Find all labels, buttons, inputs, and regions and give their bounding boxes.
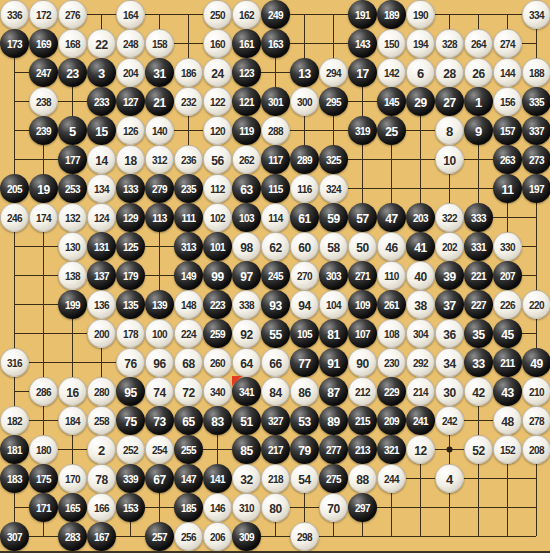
- move-number: 24: [211, 67, 224, 79]
- stone-black-259: 259: [203, 319, 232, 348]
- move-number: 204: [123, 68, 138, 78]
- stone-black-303: 303: [319, 261, 348, 290]
- stone-white-276: 276: [58, 0, 87, 29]
- move-number: 26: [472, 67, 485, 79]
- stone-white-242: 242: [435, 406, 464, 435]
- stone-black-103: 103: [232, 203, 261, 232]
- stone-black-163: 163: [261, 29, 290, 58]
- move-number: 59: [327, 212, 340, 224]
- move-number: 74: [153, 386, 166, 398]
- stone-black-177: 177: [58, 145, 87, 174]
- move-number: 141: [210, 474, 225, 484]
- move-number: 184: [65, 416, 80, 426]
- move-number: 123: [239, 68, 254, 78]
- stone-white-86: 86: [290, 377, 319, 406]
- stone-black-153: 153: [116, 493, 145, 522]
- move-number: 35: [472, 328, 485, 340]
- stone-black-109: 109: [348, 290, 377, 319]
- move-number: 162: [239, 10, 254, 20]
- stone-black-255: 255: [174, 435, 203, 464]
- stone-white-312: 312: [145, 145, 174, 174]
- move-number: 129: [123, 213, 138, 223]
- stone-white-252: 252: [116, 435, 145, 464]
- stone-black-167: 167: [87, 522, 116, 551]
- move-number: 214: [413, 387, 428, 397]
- stone-black-101: 101: [203, 232, 232, 261]
- stone-black-277: 277: [319, 435, 348, 464]
- stone-black-67: 67: [145, 464, 174, 493]
- stone-white-30: 30: [435, 377, 464, 406]
- stone-white-280: 280: [87, 377, 116, 406]
- stone-black-61: 61: [290, 203, 319, 232]
- move-number: 340: [210, 387, 225, 397]
- move-number: 83: [211, 415, 224, 427]
- move-number: 221: [471, 271, 486, 281]
- move-number: 22: [95, 38, 108, 50]
- move-number: 54: [298, 473, 311, 485]
- stone-white-278: 278: [522, 406, 550, 435]
- stones-layer: 3361722761642501622491911891903341731691…: [0, 0, 550, 553]
- stone-black-257: 257: [145, 522, 174, 551]
- move-number: 227: [471, 300, 486, 310]
- stone-white-232: 232: [174, 87, 203, 116]
- stone-white-48: 48: [493, 406, 522, 435]
- stone-white-250: 250: [203, 0, 232, 29]
- move-number: 121: [239, 97, 254, 107]
- stone-black-179: 179: [116, 261, 145, 290]
- move-number: 135: [123, 300, 138, 310]
- stone-black-131: 131: [87, 232, 116, 261]
- move-number: 89: [327, 415, 340, 427]
- stone-black-307: 307: [0, 522, 29, 551]
- move-number: 38: [414, 299, 427, 311]
- stone-black-175: 175: [29, 464, 58, 493]
- stone-white-122: 122: [203, 87, 232, 116]
- stone-white-146: 146: [203, 493, 232, 522]
- stone-white-38: 38: [406, 290, 435, 319]
- stone-black-11: 11: [493, 174, 522, 203]
- stone-white-260: 260: [203, 348, 232, 377]
- move-number: 51: [240, 415, 253, 427]
- move-number: 104: [326, 300, 341, 310]
- move-number: 215: [355, 416, 370, 426]
- move-number: 142: [384, 68, 399, 78]
- move-number: 133: [123, 184, 138, 194]
- move-number: 67: [153, 473, 166, 485]
- move-number: 257: [152, 532, 167, 542]
- stone-black-157: 157: [493, 116, 522, 145]
- stone-black-63: 63: [232, 174, 261, 203]
- move-number: 167: [94, 532, 109, 542]
- stone-black-47: 47: [377, 203, 406, 232]
- stone-black-5: 5: [58, 116, 87, 145]
- stone-black-113: 113: [145, 203, 174, 232]
- move-number: 60: [298, 241, 311, 253]
- move-number: 36: [443, 328, 456, 340]
- stone-white-206: 206: [203, 522, 232, 551]
- move-number: 92: [240, 328, 253, 340]
- move-number: 171: [36, 503, 51, 513]
- stone-black-81: 81: [319, 319, 348, 348]
- move-number: 52: [472, 444, 485, 456]
- move-number: 8: [446, 125, 453, 138]
- move-number: 110: [384, 271, 399, 281]
- move-number: 34: [443, 357, 456, 369]
- move-number: 108: [384, 329, 399, 339]
- move-number: 194: [413, 39, 428, 49]
- move-number: 276: [65, 10, 80, 20]
- stone-white-110: 110: [377, 261, 406, 290]
- stone-white-178: 178: [116, 319, 145, 348]
- move-number: 172: [36, 10, 51, 20]
- stone-black-85: 85: [232, 435, 261, 464]
- move-number: 236: [181, 155, 196, 165]
- stone-white-310: 310: [232, 493, 261, 522]
- move-number: 218: [268, 474, 283, 484]
- stone-white-6: 6: [406, 58, 435, 87]
- move-number: 53: [298, 415, 311, 427]
- move-number: 73: [153, 415, 166, 427]
- stone-black-65: 65: [174, 406, 203, 435]
- move-number: 153: [123, 503, 138, 513]
- stone-white-98: 98: [232, 232, 261, 261]
- move-number: 223: [210, 300, 225, 310]
- move-number: 87: [327, 386, 340, 398]
- go-kifu-screenshot: 3361722761642501622491911891903341731691…: [0, 0, 550, 553]
- stone-black-189: 189: [377, 0, 406, 29]
- stone-black-161: 161: [232, 29, 261, 58]
- stone-white-210: 210: [522, 377, 550, 406]
- stone-black-283: 283: [58, 522, 87, 551]
- stone-white-72: 72: [174, 377, 203, 406]
- move-number: 233: [94, 97, 109, 107]
- move-number: 75: [124, 415, 137, 427]
- stone-white-70: 70: [319, 493, 348, 522]
- move-number: 173: [7, 39, 22, 49]
- move-number: 90: [356, 357, 369, 369]
- stone-black-125: 125: [116, 232, 145, 261]
- stone-black-135: 135: [116, 290, 145, 319]
- move-number: 229: [384, 387, 399, 397]
- stone-white-340: 340: [203, 377, 232, 406]
- move-number: 101: [210, 242, 225, 252]
- stone-white-100: 100: [145, 319, 174, 348]
- stone-white-330: 330: [493, 232, 522, 261]
- stone-black-79: 79: [290, 435, 319, 464]
- move-number: 18: [124, 154, 137, 166]
- move-number: 64: [240, 357, 253, 369]
- stone-black-19: 19: [29, 174, 58, 203]
- move-number: 57: [356, 212, 369, 224]
- stone-black-117: 117: [261, 145, 290, 174]
- move-number: 149: [181, 271, 196, 281]
- move-number: 264: [471, 39, 486, 49]
- stone-white-336: 336: [0, 0, 29, 29]
- stone-white-120: 120: [203, 116, 232, 145]
- move-number: 304: [413, 329, 428, 339]
- move-number: 23: [66, 67, 79, 79]
- move-number: 207: [500, 271, 515, 281]
- move-number: 232: [181, 97, 196, 107]
- move-number: 163: [268, 39, 283, 49]
- stone-black-55: 55: [261, 319, 290, 348]
- stone-black-29: 29: [406, 87, 435, 116]
- stone-white-112: 112: [203, 174, 232, 203]
- stone-white-126: 126: [116, 116, 145, 145]
- stone-black-75: 75: [116, 406, 145, 435]
- stone-black-217: 217: [261, 435, 290, 464]
- stone-white-202: 202: [435, 232, 464, 261]
- stone-white-132: 132: [58, 203, 87, 232]
- move-number: 148: [181, 300, 196, 310]
- move-number: 107: [355, 329, 370, 339]
- stone-white-274: 274: [493, 29, 522, 58]
- move-number: 206: [210, 532, 225, 542]
- move-number: 12: [414, 444, 427, 456]
- stone-black-197: 197: [522, 174, 550, 203]
- move-number: 63: [240, 183, 253, 195]
- stone-black-15: 15: [87, 116, 116, 145]
- move-number: 261: [384, 300, 399, 310]
- stone-black-185: 185: [174, 493, 203, 522]
- stone-white-264: 264: [464, 29, 493, 58]
- stone-black-35: 35: [464, 319, 493, 348]
- stone-black-279: 279: [145, 174, 174, 203]
- move-number: 112: [210, 184, 225, 194]
- move-number: 213: [355, 445, 370, 455]
- move-number: 86: [298, 386, 311, 398]
- move-number: 134: [94, 184, 109, 194]
- move-number: 300: [297, 97, 312, 107]
- move-number: 158: [152, 39, 167, 49]
- move-number: 310: [239, 503, 254, 513]
- move-number: 15: [95, 125, 108, 137]
- move-number: 178: [123, 329, 138, 339]
- move-number: 99: [211, 270, 224, 282]
- stone-white-124: 124: [87, 203, 116, 232]
- move-number: 209: [384, 416, 399, 426]
- stone-white-90: 90: [348, 348, 377, 377]
- move-number: 241: [413, 416, 428, 426]
- stone-black-41: 41: [406, 232, 435, 261]
- move-number: 45: [501, 328, 514, 340]
- move-number: 114: [268, 213, 283, 223]
- stone-white-262: 262: [232, 145, 261, 174]
- stone-white-256: 256: [174, 522, 203, 551]
- move-number: 2: [98, 444, 105, 457]
- move-number: 316: [7, 358, 22, 368]
- move-number: 95: [124, 386, 137, 398]
- move-number: 253: [65, 184, 80, 194]
- move-number: 39: [443, 270, 456, 282]
- move-number: 292: [413, 358, 428, 368]
- stone-white-304: 304: [406, 319, 435, 348]
- stone-black-297: 297: [348, 493, 377, 522]
- move-number: 322: [442, 213, 457, 223]
- stone-white-208: 208: [522, 435, 550, 464]
- move-number: 337: [529, 126, 544, 136]
- move-number: 127: [123, 97, 138, 107]
- stone-black-199: 199: [58, 290, 87, 319]
- stone-black-83: 83: [203, 406, 232, 435]
- move-number: 140: [152, 126, 167, 136]
- stone-black-13: 13: [290, 58, 319, 87]
- stone-white-158: 158: [145, 29, 174, 58]
- stone-black-73: 73: [145, 406, 174, 435]
- stone-white-84: 84: [261, 377, 290, 406]
- stone-black-97: 97: [232, 261, 261, 290]
- stone-white-62: 62: [261, 232, 290, 261]
- move-number: 43: [501, 386, 514, 398]
- stone-black-215: 215: [348, 406, 377, 435]
- stone-white-164: 164: [116, 0, 145, 29]
- move-number: 124: [94, 213, 109, 223]
- stone-black-129: 129: [116, 203, 145, 232]
- move-number: 70: [327, 502, 340, 514]
- move-number: 298: [297, 532, 312, 542]
- last-move-marker: [232, 376, 242, 386]
- stone-black-221: 221: [464, 261, 493, 290]
- move-number: 109: [355, 300, 370, 310]
- move-number: 301: [268, 97, 283, 107]
- move-number: 244: [384, 474, 399, 484]
- stone-white-248: 248: [116, 29, 145, 58]
- move-number: 238: [36, 97, 51, 107]
- stone-black-17: 17: [348, 58, 377, 87]
- move-number: 208: [529, 445, 544, 455]
- stone-black-111: 111: [174, 203, 203, 232]
- move-number: 138: [65, 271, 80, 281]
- move-number: 168: [65, 39, 80, 49]
- stone-black-149: 149: [174, 261, 203, 290]
- stone-black-139: 139: [145, 290, 174, 319]
- stone-black-235: 235: [174, 174, 203, 203]
- stone-black-205: 205: [0, 174, 29, 203]
- stone-white-328: 328: [435, 29, 464, 58]
- stone-black-123: 123: [232, 58, 261, 87]
- move-number: 280: [94, 387, 109, 397]
- move-number: 84: [269, 386, 282, 398]
- move-number: 278: [529, 416, 544, 426]
- stone-white-316: 316: [0, 348, 29, 377]
- move-number: 85: [240, 444, 253, 456]
- stone-white-214: 214: [406, 377, 435, 406]
- stone-black-21: 21: [145, 87, 174, 116]
- move-number: 259: [210, 329, 225, 339]
- move-number: 248: [123, 39, 138, 49]
- move-number: 120: [210, 126, 225, 136]
- move-number: 10: [443, 154, 456, 166]
- go-board[interactable]: 3361722761642501622491911891903341731691…: [0, 0, 550, 553]
- move-number: 303: [326, 271, 341, 281]
- move-number: 41: [414, 241, 427, 253]
- stone-black-191: 191: [348, 0, 377, 29]
- move-number: 183: [7, 474, 22, 484]
- move-number: 19: [37, 183, 50, 195]
- move-number: 270: [297, 271, 312, 281]
- stone-white-54: 54: [290, 464, 319, 493]
- stone-black-183: 183: [0, 464, 29, 493]
- move-number: 161: [239, 39, 254, 49]
- stone-white-66: 66: [261, 348, 290, 377]
- move-number: 88: [356, 473, 369, 485]
- move-number: 137: [94, 271, 109, 281]
- stone-white-334: 334: [522, 0, 550, 29]
- stone-black-337: 337: [522, 116, 550, 145]
- move-number: 203: [413, 213, 428, 223]
- stone-black-261: 261: [377, 290, 406, 319]
- stone-black-33: 33: [464, 348, 493, 377]
- stone-white-246: 246: [0, 203, 29, 232]
- stone-black-165: 165: [58, 493, 87, 522]
- move-number: 46: [385, 241, 398, 253]
- move-number: 146: [210, 503, 225, 513]
- move-number: 81: [327, 328, 340, 340]
- stone-white-92: 92: [232, 319, 261, 348]
- move-number: 33: [472, 357, 485, 369]
- move-number: 143: [355, 39, 370, 49]
- stone-white-148: 148: [174, 290, 203, 319]
- move-number: 242: [442, 416, 457, 426]
- stone-black-53: 53: [290, 406, 319, 435]
- stone-white-142: 142: [377, 58, 406, 87]
- move-number: 56: [211, 154, 224, 166]
- move-number: 9: [475, 125, 482, 138]
- stone-white-254: 254: [145, 435, 174, 464]
- move-number: 119: [239, 126, 254, 136]
- move-number: 97: [240, 270, 253, 282]
- move-number: 289: [297, 155, 312, 165]
- stone-black-27: 27: [435, 87, 464, 116]
- move-number: 321: [384, 445, 399, 455]
- move-number: 48: [501, 415, 514, 427]
- stone-white-288: 288: [261, 116, 290, 145]
- stone-black-115: 115: [261, 174, 290, 203]
- move-number: 78: [95, 473, 108, 485]
- move-number: 331: [471, 242, 486, 252]
- move-number: 211: [500, 358, 515, 368]
- stone-white-226: 226: [493, 290, 522, 319]
- stone-white-24: 24: [203, 58, 232, 87]
- stone-white-186: 186: [174, 58, 203, 87]
- stone-white-76: 76: [116, 348, 145, 377]
- move-number: 319: [355, 126, 370, 136]
- move-number: 341: [239, 387, 254, 397]
- move-number: 327: [268, 416, 283, 426]
- stone-black-77: 77: [290, 348, 319, 377]
- move-number: 274: [500, 39, 515, 49]
- stone-black-321: 321: [377, 435, 406, 464]
- move-number: 21: [153, 96, 166, 108]
- move-number: 29: [414, 96, 427, 108]
- stone-white-78: 78: [87, 464, 116, 493]
- move-number: 250: [210, 10, 225, 20]
- stone-white-180: 180: [29, 435, 58, 464]
- stone-white-322: 322: [435, 203, 464, 232]
- stone-black-295: 295: [319, 87, 348, 116]
- stone-white-168: 168: [58, 29, 87, 58]
- move-number: 249: [268, 10, 283, 20]
- move-number: 47: [385, 212, 398, 224]
- stone-white-224: 224: [174, 319, 203, 348]
- stone-black-49: 49: [522, 348, 550, 377]
- move-number: 37: [443, 299, 456, 311]
- move-number: 334: [529, 10, 544, 20]
- stone-black-319: 319: [348, 116, 377, 145]
- move-number: 200: [94, 329, 109, 339]
- stone-white-102: 102: [203, 203, 232, 232]
- stone-white-94: 94: [290, 290, 319, 319]
